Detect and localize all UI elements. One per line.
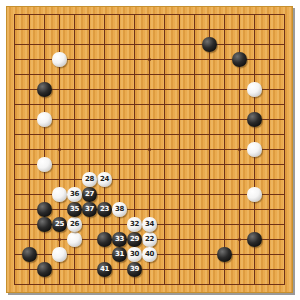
point-1-16[interactable]	[7, 232, 22, 247]
point-7-17[interactable]	[97, 247, 112, 262]
point-14-13[interactable]	[202, 187, 217, 202]
point-7-11[interactable]	[97, 157, 112, 172]
point-4-8[interactable]	[52, 112, 67, 127]
point-12-13[interactable]	[172, 187, 187, 202]
point-12-7[interactable]	[172, 97, 187, 112]
point-15-2[interactable]	[217, 22, 232, 37]
point-17-14[interactable]	[247, 202, 262, 217]
point-4-11[interactable]	[52, 157, 67, 172]
point-13-12[interactable]	[187, 172, 202, 187]
point-10-12[interactable]	[142, 172, 157, 187]
point-19-3[interactable]	[277, 37, 292, 52]
point-16-9[interactable]	[232, 127, 247, 142]
point-2-16[interactable]	[22, 232, 37, 247]
point-2-18[interactable]	[22, 262, 37, 277]
point-19-9[interactable]	[277, 127, 292, 142]
point-13-3[interactable]	[187, 37, 202, 52]
point-9-6[interactable]	[127, 82, 142, 97]
point-10-1[interactable]	[142, 7, 157, 22]
point-18-15[interactable]	[262, 217, 277, 232]
point-6-19[interactable]	[82, 277, 97, 292]
point-11-1[interactable]	[157, 7, 172, 22]
point-13-1[interactable]	[187, 7, 202, 22]
point-15-8[interactable]	[217, 112, 232, 127]
point-5-4[interactable]	[67, 52, 82, 67]
point-4-6[interactable]	[52, 82, 67, 97]
point-3-7[interactable]	[37, 97, 52, 112]
point-12-14[interactable]	[172, 202, 187, 217]
point-19-7[interactable]	[277, 97, 292, 112]
point-8-19[interactable]	[112, 277, 127, 292]
point-8-15[interactable]	[112, 217, 127, 232]
point-7-5[interactable]	[97, 67, 112, 82]
point-3-10[interactable]	[37, 142, 52, 157]
point-9-2[interactable]	[127, 22, 142, 37]
point-10-5[interactable]	[142, 67, 157, 82]
point-18-1[interactable]	[262, 7, 277, 22]
point-19-19[interactable]	[277, 277, 292, 292]
point-15-6[interactable]	[217, 82, 232, 97]
point-12-18[interactable]	[172, 262, 187, 277]
point-10-11[interactable]	[142, 157, 157, 172]
point-14-5[interactable]	[202, 67, 217, 82]
point-1-6[interactable]	[7, 82, 22, 97]
point-19-14[interactable]	[277, 202, 292, 217]
point-14-7[interactable]	[202, 97, 217, 112]
point-11-6[interactable]	[157, 82, 172, 97]
point-1-7[interactable]	[7, 97, 22, 112]
point-12-15[interactable]	[172, 217, 187, 232]
point-1-14[interactable]	[7, 202, 22, 217]
point-14-18[interactable]	[202, 262, 217, 277]
point-9-4[interactable]	[127, 52, 142, 67]
point-13-17[interactable]	[187, 247, 202, 262]
point-1-11[interactable]	[7, 157, 22, 172]
point-6-17[interactable]	[82, 247, 97, 262]
point-13-14[interactable]	[187, 202, 202, 217]
point-1-9[interactable]	[7, 127, 22, 142]
point-8-2[interactable]	[112, 22, 127, 37]
point-4-12[interactable]	[52, 172, 67, 187]
point-16-19[interactable]	[232, 277, 247, 292]
point-5-1[interactable]	[67, 7, 82, 22]
point-16-14[interactable]	[232, 202, 247, 217]
point-13-9[interactable]	[187, 127, 202, 142]
point-2-15[interactable]	[22, 217, 37, 232]
point-6-9[interactable]	[82, 127, 97, 142]
point-14-10[interactable]	[202, 142, 217, 157]
point-3-19[interactable]	[37, 277, 52, 292]
point-18-7[interactable]	[262, 97, 277, 112]
point-18-17[interactable]	[262, 247, 277, 262]
point-2-13[interactable]	[22, 187, 37, 202]
point-4-14[interactable]	[52, 202, 67, 217]
point-11-14[interactable]	[157, 202, 172, 217]
point-3-9[interactable]	[37, 127, 52, 142]
point-8-7[interactable]	[112, 97, 127, 112]
point-15-11[interactable]	[217, 157, 232, 172]
point-16-15[interactable]	[232, 217, 247, 232]
point-15-9[interactable]	[217, 127, 232, 142]
point-6-15[interactable]	[82, 217, 97, 232]
point-12-17[interactable]	[172, 247, 187, 262]
point-4-18[interactable]	[52, 262, 67, 277]
point-8-13[interactable]	[112, 187, 127, 202]
point-5-3[interactable]	[67, 37, 82, 52]
point-4-9[interactable]	[52, 127, 67, 142]
point-14-12[interactable]	[202, 172, 217, 187]
point-10-14[interactable]	[142, 202, 157, 217]
point-13-18[interactable]	[187, 262, 202, 277]
point-17-4[interactable]	[247, 52, 262, 67]
point-7-19[interactable]	[97, 277, 112, 292]
point-7-7[interactable]	[97, 97, 112, 112]
point-9-13[interactable]	[127, 187, 142, 202]
point-15-7[interactable]	[217, 97, 232, 112]
point-15-19[interactable]	[217, 277, 232, 292]
point-11-12[interactable]	[157, 172, 172, 187]
point-2-1[interactable]	[22, 7, 37, 22]
point-4-19[interactable]	[52, 277, 67, 292]
point-12-16[interactable]	[172, 232, 187, 247]
point-3-4[interactable]	[37, 52, 52, 67]
point-4-3[interactable]	[52, 37, 67, 52]
point-8-10[interactable]	[112, 142, 127, 157]
point-8-6[interactable]	[112, 82, 127, 97]
point-19-15[interactable]	[277, 217, 292, 232]
point-4-7[interactable]	[52, 97, 67, 112]
point-14-4[interactable]	[202, 52, 217, 67]
point-14-8[interactable]	[202, 112, 217, 127]
point-8-5[interactable]	[112, 67, 127, 82]
point-9-3[interactable]	[127, 37, 142, 52]
point-8-9[interactable]	[112, 127, 127, 142]
point-5-10[interactable]	[67, 142, 82, 157]
point-6-5[interactable]	[82, 67, 97, 82]
point-16-12[interactable]	[232, 172, 247, 187]
point-13-7[interactable]	[187, 97, 202, 112]
point-18-19[interactable]	[262, 277, 277, 292]
point-12-2[interactable]	[172, 22, 187, 37]
point-11-18[interactable]	[157, 262, 172, 277]
point-18-14[interactable]	[262, 202, 277, 217]
point-16-6[interactable]	[232, 82, 247, 97]
point-13-15[interactable]	[187, 217, 202, 232]
point-10-3[interactable]	[142, 37, 157, 52]
point-10-13[interactable]	[142, 187, 157, 202]
point-12-9[interactable]	[172, 127, 187, 142]
point-10-6[interactable]	[142, 82, 157, 97]
point-5-8[interactable]	[67, 112, 82, 127]
point-12-11[interactable]	[172, 157, 187, 172]
point-1-8[interactable]	[7, 112, 22, 127]
point-3-2[interactable]	[37, 22, 52, 37]
point-15-14[interactable]	[217, 202, 232, 217]
point-19-12[interactable]	[277, 172, 292, 187]
point-17-2[interactable]	[247, 22, 262, 37]
point-18-6[interactable]	[262, 82, 277, 97]
point-13-13[interactable]	[187, 187, 202, 202]
point-14-2[interactable]	[202, 22, 217, 37]
point-8-8[interactable]	[112, 112, 127, 127]
point-8-18[interactable]	[112, 262, 127, 277]
point-9-1[interactable]	[127, 7, 142, 22]
point-18-11[interactable]	[262, 157, 277, 172]
point-18-8[interactable]	[262, 112, 277, 127]
point-19-13[interactable]	[277, 187, 292, 202]
point-17-9[interactable]	[247, 127, 262, 142]
point-8-3[interactable]	[112, 37, 127, 52]
point-17-7[interactable]	[247, 97, 262, 112]
point-17-3[interactable]	[247, 37, 262, 52]
point-13-5[interactable]	[187, 67, 202, 82]
point-17-15[interactable]	[247, 217, 262, 232]
point-6-4[interactable]	[82, 52, 97, 67]
point-14-17[interactable]	[202, 247, 217, 262]
point-7-8[interactable]	[97, 112, 112, 127]
point-19-16[interactable]	[277, 232, 292, 247]
point-11-13[interactable]	[157, 187, 172, 202]
point-7-6[interactable]	[97, 82, 112, 97]
point-11-5[interactable]	[157, 67, 172, 82]
point-9-9[interactable]	[127, 127, 142, 142]
point-19-18[interactable]	[277, 262, 292, 277]
point-5-5[interactable]	[67, 67, 82, 82]
point-7-4[interactable]	[97, 52, 112, 67]
point-2-10[interactable]	[22, 142, 37, 157]
point-16-18[interactable]	[232, 262, 247, 277]
point-16-17[interactable]	[232, 247, 247, 262]
point-5-19[interactable]	[67, 277, 82, 292]
point-5-17[interactable]	[67, 247, 82, 262]
point-4-1[interactable]	[52, 7, 67, 22]
point-2-5[interactable]	[22, 67, 37, 82]
point-10-7[interactable]	[142, 97, 157, 112]
point-12-6[interactable]	[172, 82, 187, 97]
point-9-14[interactable]	[127, 202, 142, 217]
point-2-2[interactable]	[22, 22, 37, 37]
point-15-18[interactable]	[217, 262, 232, 277]
point-4-2[interactable]	[52, 22, 67, 37]
point-15-1[interactable]	[217, 7, 232, 22]
point-6-11[interactable]	[82, 157, 97, 172]
point-7-9[interactable]	[97, 127, 112, 142]
point-6-6[interactable]	[82, 82, 97, 97]
point-18-9[interactable]	[262, 127, 277, 142]
point-14-11[interactable]	[202, 157, 217, 172]
point-15-5[interactable]	[217, 67, 232, 82]
point-16-8[interactable]	[232, 112, 247, 127]
point-14-6[interactable]	[202, 82, 217, 97]
point-8-11[interactable]	[112, 157, 127, 172]
point-10-8[interactable]	[142, 112, 157, 127]
point-12-4[interactable]	[172, 52, 187, 67]
point-9-12[interactable]	[127, 172, 142, 187]
point-6-2[interactable]	[82, 22, 97, 37]
point-2-12[interactable]	[22, 172, 37, 187]
point-17-5[interactable]	[247, 67, 262, 82]
point-2-8[interactable]	[22, 112, 37, 127]
point-1-19[interactable]	[7, 277, 22, 292]
point-7-2[interactable]	[97, 22, 112, 37]
point-11-10[interactable]	[157, 142, 172, 157]
point-17-17[interactable]	[247, 247, 262, 262]
point-15-3[interactable]	[217, 37, 232, 52]
point-12-12[interactable]	[172, 172, 187, 187]
point-15-13[interactable]	[217, 187, 232, 202]
point-19-17[interactable]	[277, 247, 292, 262]
point-8-12[interactable]	[112, 172, 127, 187]
point-3-3[interactable]	[37, 37, 52, 52]
point-19-11[interactable]	[277, 157, 292, 172]
point-1-12[interactable]	[7, 172, 22, 187]
point-3-13[interactable]	[37, 187, 52, 202]
point-3-16[interactable]	[37, 232, 52, 247]
point-8-1[interactable]	[112, 7, 127, 22]
point-18-18[interactable]	[262, 262, 277, 277]
point-19-6[interactable]	[277, 82, 292, 97]
point-13-6[interactable]	[187, 82, 202, 97]
point-11-8[interactable]	[157, 112, 172, 127]
point-8-4[interactable]	[112, 52, 127, 67]
point-6-10[interactable]	[82, 142, 97, 157]
point-13-8[interactable]	[187, 112, 202, 127]
point-17-18[interactable]	[247, 262, 262, 277]
point-13-10[interactable]	[187, 142, 202, 157]
point-13-19[interactable]	[187, 277, 202, 292]
point-7-15[interactable]	[97, 217, 112, 232]
point-10-18[interactable]	[142, 262, 157, 277]
point-13-2[interactable]	[187, 22, 202, 37]
point-17-12[interactable]	[247, 172, 262, 187]
point-17-19[interactable]	[247, 277, 262, 292]
point-19-8[interactable]	[277, 112, 292, 127]
point-1-10[interactable]	[7, 142, 22, 157]
point-15-15[interactable]	[217, 217, 232, 232]
point-5-2[interactable]	[67, 22, 82, 37]
point-14-14[interactable]	[202, 202, 217, 217]
point-15-10[interactable]	[217, 142, 232, 157]
point-16-13[interactable]	[232, 187, 247, 202]
point-11-17[interactable]	[157, 247, 172, 262]
point-6-8[interactable]	[82, 112, 97, 127]
point-18-5[interactable]	[262, 67, 277, 82]
point-18-3[interactable]	[262, 37, 277, 52]
point-9-5[interactable]	[127, 67, 142, 82]
point-14-19[interactable]	[202, 277, 217, 292]
point-9-10[interactable]	[127, 142, 142, 157]
point-14-16[interactable]	[202, 232, 217, 247]
point-2-14[interactable]	[22, 202, 37, 217]
point-9-8[interactable]	[127, 112, 142, 127]
point-19-4[interactable]	[277, 52, 292, 67]
point-5-12[interactable]	[67, 172, 82, 187]
point-12-19[interactable]	[172, 277, 187, 292]
point-17-1[interactable]	[247, 7, 262, 22]
point-18-16[interactable]	[262, 232, 277, 247]
point-11-9[interactable]	[157, 127, 172, 142]
point-10-9[interactable]	[142, 127, 157, 142]
point-19-5[interactable]	[277, 67, 292, 82]
point-7-3[interactable]	[97, 37, 112, 52]
point-1-1[interactable]	[7, 7, 22, 22]
point-18-4[interactable]	[262, 52, 277, 67]
point-11-19[interactable]	[157, 277, 172, 292]
point-5-6[interactable]	[67, 82, 82, 97]
point-14-15[interactable]	[202, 217, 217, 232]
point-16-1[interactable]	[232, 7, 247, 22]
point-1-17[interactable]	[7, 247, 22, 262]
point-11-11[interactable]	[157, 157, 172, 172]
point-13-4[interactable]	[187, 52, 202, 67]
point-17-11[interactable]	[247, 157, 262, 172]
point-7-1[interactable]	[97, 7, 112, 22]
point-18-10[interactable]	[262, 142, 277, 157]
point-16-11[interactable]	[232, 157, 247, 172]
point-6-1[interactable]	[82, 7, 97, 22]
point-11-3[interactable]	[157, 37, 172, 52]
point-14-1[interactable]	[202, 7, 217, 22]
point-5-9[interactable]	[67, 127, 82, 142]
point-11-7[interactable]	[157, 97, 172, 112]
point-16-2[interactable]	[232, 22, 247, 37]
point-6-3[interactable]	[82, 37, 97, 52]
point-6-16[interactable]	[82, 232, 97, 247]
point-1-13[interactable]	[7, 187, 22, 202]
point-5-18[interactable]	[67, 262, 82, 277]
point-13-16[interactable]	[187, 232, 202, 247]
point-19-1[interactable]	[277, 7, 292, 22]
point-9-7[interactable]	[127, 97, 142, 112]
point-1-15[interactable]	[7, 217, 22, 232]
point-2-19[interactable]	[22, 277, 37, 292]
point-2-3[interactable]	[22, 37, 37, 52]
point-11-2[interactable]	[157, 22, 172, 37]
point-3-1[interactable]	[37, 7, 52, 22]
point-7-10[interactable]	[97, 142, 112, 157]
point-10-19[interactable]	[142, 277, 157, 292]
point-10-2[interactable]	[142, 22, 157, 37]
point-9-11[interactable]	[127, 157, 142, 172]
point-5-11[interactable]	[67, 157, 82, 172]
point-18-12[interactable]	[262, 172, 277, 187]
point-16-3[interactable]	[232, 37, 247, 52]
point-15-16[interactable]	[217, 232, 232, 247]
point-9-19[interactable]	[127, 277, 142, 292]
point-16-5[interactable]	[232, 67, 247, 82]
point-12-5[interactable]	[172, 67, 187, 82]
point-19-2[interactable]	[277, 22, 292, 37]
point-2-7[interactable]	[22, 97, 37, 112]
point-13-11[interactable]	[187, 157, 202, 172]
point-11-4[interactable]	[157, 52, 172, 67]
point-6-18[interactable]	[82, 262, 97, 277]
point-16-7[interactable]	[232, 97, 247, 112]
point-6-7[interactable]	[82, 97, 97, 112]
point-4-5[interactable]	[52, 67, 67, 82]
point-3-17[interactable]	[37, 247, 52, 262]
point-14-9[interactable]	[202, 127, 217, 142]
point-1-4[interactable]	[7, 52, 22, 67]
point-19-10[interactable]	[277, 142, 292, 157]
point-12-1[interactable]	[172, 7, 187, 22]
point-2-11[interactable]	[22, 157, 37, 172]
point-1-5[interactable]	[7, 67, 22, 82]
point-3-5[interactable]	[37, 67, 52, 82]
point-5-7[interactable]	[67, 97, 82, 112]
point-11-15[interactable]	[157, 217, 172, 232]
point-12-3[interactable]	[172, 37, 187, 52]
